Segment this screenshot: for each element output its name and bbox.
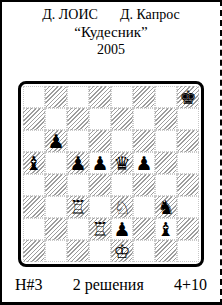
caption: Н#3 2 решения 4+10	[2, 275, 220, 295]
chess-board: ♚♟♝♟♟♛♟♖♘♞♖♟♝♔	[23, 86, 199, 262]
author-left: Д. ЛОИС	[42, 6, 98, 23]
square-a4	[23, 174, 45, 196]
piece-black-pawn: ♟	[47, 130, 64, 152]
material-count: 4+10	[174, 275, 207, 295]
square-c6	[67, 130, 89, 152]
piece-black-pawn: ♟	[91, 152, 108, 174]
square-h6	[177, 130, 199, 152]
square-b4	[45, 174, 67, 196]
square-d2: ♖	[89, 218, 111, 240]
square-a6	[23, 130, 45, 152]
square-e2: ♟	[111, 218, 133, 240]
piece-black-bishop: ♝	[157, 218, 174, 240]
square-b6: ♟	[45, 130, 67, 152]
square-e5: ♛	[111, 152, 133, 174]
square-h5	[177, 152, 199, 174]
square-d1	[89, 240, 111, 262]
square-h1	[177, 240, 199, 262]
square-c5: ♟	[67, 152, 89, 174]
square-b5	[45, 152, 67, 174]
square-h8: ♚	[177, 86, 199, 108]
square-a2	[23, 218, 45, 240]
square-h2	[177, 218, 199, 240]
square-b8	[45, 86, 67, 108]
authors-line: Д. ЛОИС Д. Капрос	[2, 6, 220, 23]
square-c8	[67, 86, 89, 108]
square-e1: ♔	[111, 240, 133, 262]
square-f2	[133, 218, 155, 240]
square-b2	[45, 218, 67, 240]
square-d6	[89, 130, 111, 152]
piece-black-pawn: ♟	[113, 218, 130, 240]
square-d5: ♟	[89, 152, 111, 174]
piece-white-knight: ♘	[113, 196, 130, 218]
board-frame: ♚♟♝♟♟♛♟♖♘♞♖♟♝♔	[18, 81, 204, 267]
piece-black-king: ♚	[179, 86, 196, 108]
problem-title: “Кудесник”	[2, 23, 220, 41]
problem-year: 2005	[2, 41, 220, 58]
square-a5: ♝	[23, 152, 45, 174]
square-f7	[133, 108, 155, 130]
square-a7	[23, 108, 45, 130]
square-a1	[23, 240, 45, 262]
square-g7	[155, 108, 177, 130]
piece-white-king: ♔	[113, 240, 130, 262]
square-b3	[45, 196, 67, 218]
square-e4	[111, 174, 133, 196]
square-d7	[89, 108, 111, 130]
piece-black-pawn: ♟	[69, 152, 86, 174]
square-g1	[155, 240, 177, 262]
piece-black-queen: ♛	[113, 152, 130, 174]
problem-card: Д. ЛОИС Д. Капрос “Кудесник” 2005 ♚♟♝♟♟♛…	[0, 0, 222, 305]
square-a8	[23, 86, 45, 108]
square-d4	[89, 174, 111, 196]
square-e6	[111, 130, 133, 152]
piece-black-pawn: ♟	[135, 152, 152, 174]
author-right: Д. Капрос	[120, 6, 180, 23]
square-f1	[133, 240, 155, 262]
square-d8	[89, 86, 111, 108]
piece-black-bishop: ♝	[25, 152, 42, 174]
square-g8	[155, 86, 177, 108]
square-d3	[89, 196, 111, 218]
square-e8	[111, 86, 133, 108]
square-b1	[45, 240, 67, 262]
piece-white-rook: ♖	[91, 218, 108, 240]
square-f8	[133, 86, 155, 108]
header: Д. ЛОИС Д. Капрос “Кудесник” 2005	[2, 2, 220, 58]
square-a3	[23, 196, 45, 218]
square-c1	[67, 240, 89, 262]
solutions-count: 2 решения	[73, 275, 144, 295]
stipulation: Н#3	[15, 275, 43, 295]
piece-black-knight: ♞	[157, 196, 174, 218]
square-h3	[177, 196, 199, 218]
square-c7	[67, 108, 89, 130]
square-f3	[133, 196, 155, 218]
square-b7	[45, 108, 67, 130]
square-f5: ♟	[133, 152, 155, 174]
square-g2: ♝	[155, 218, 177, 240]
square-e7	[111, 108, 133, 130]
square-h4	[177, 174, 199, 196]
square-g6	[155, 130, 177, 152]
square-c2	[67, 218, 89, 240]
square-g3: ♞	[155, 196, 177, 218]
square-h7	[177, 108, 199, 130]
piece-white-rook: ♖	[69, 196, 86, 218]
square-g5	[155, 152, 177, 174]
square-e3: ♘	[111, 196, 133, 218]
square-c3: ♖	[67, 196, 89, 218]
square-c4	[67, 174, 89, 196]
square-g4	[155, 174, 177, 196]
square-f6	[133, 130, 155, 152]
square-f4	[133, 174, 155, 196]
